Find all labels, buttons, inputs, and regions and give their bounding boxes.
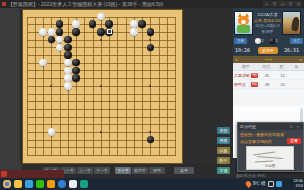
sketch-line [253, 151, 275, 155]
section-bar[interactable]: ◂ • • • ▸ [233, 56, 304, 63]
side-button-2[interactable]: 悔棋 [217, 137, 230, 144]
white-stone-ed [56, 36, 64, 44]
white-stone-fg [64, 59, 72, 67]
last-move-marker [107, 29, 112, 34]
lose-count: 12 [275, 73, 289, 78]
side-button-1[interactable]: 形势 [217, 127, 230, 134]
window-control-close[interactable]: × [295, 1, 302, 7]
white-stone-fi [64, 74, 72, 82]
lose-count: 20 [275, 82, 289, 87]
arrow-left-icon[interactable]: ◂ [235, 56, 237, 63]
white-stone-cg [39, 59, 47, 67]
chrome-icon[interactable] [3, 180, 11, 188]
goban[interactable] [22, 9, 183, 164]
folder-icon[interactable] [14, 180, 22, 188]
window-controls: ⌄≡—□× [262, 1, 302, 7]
left-player-time: 19:26 [235, 47, 250, 54]
window-control-pin[interactable]: ⌄ [263, 1, 270, 7]
popup-title: 提示信息 [240, 123, 256, 130]
black-stone-kb [105, 20, 113, 28]
white-stone-gb [72, 20, 80, 28]
right-player-time: 26:31 [284, 47, 299, 54]
sketch-line [257, 156, 283, 159]
white-stone-dc [48, 28, 56, 36]
table-header-cell: 胜 [274, 63, 289, 70]
black-stone-ob [138, 20, 146, 28]
black-stone-eb [56, 20, 64, 28]
grid-line [27, 109, 177, 110]
match-info: 2022AI大赛让先·黑贴6.5目20分+30秒×3第38手 [254, 12, 281, 34]
photo-subject-icon [291, 17, 300, 32]
grid-line [109, 17, 110, 157]
weather-temp: 9℃ [253, 181, 260, 186]
window-control-maximize[interactable]: □ [287, 1, 294, 7]
status-hint-text: 初始化占比 99% [236, 173, 302, 178]
status-badge: 对局中 [258, 47, 278, 54]
black-stone-gc [72, 28, 80, 36]
spectator-name: 大盘讲解 [234, 73, 251, 78]
doc-icon[interactable] [69, 180, 77, 188]
weiqi-app-icon[interactable] [80, 180, 88, 188]
clock-date: 3/16 [286, 184, 303, 189]
side-button-4[interactable]: 数子 [217, 157, 230, 164]
black-stone-ec [56, 28, 64, 36]
black-stone-ib [89, 20, 97, 28]
black-stone-gi [72, 74, 80, 82]
popup-image-caption: 示意图 [247, 164, 293, 168]
weather-widget[interactable]: 9℃ 晴 [246, 178, 265, 190]
black-stone-gh [72, 67, 80, 75]
spectator-name: 研究室 [234, 82, 251, 87]
grid-line [27, 101, 177, 102]
player-avatar-right[interactable] [282, 11, 301, 35]
side-button-5[interactable]: 申请 [217, 167, 230, 174]
grid-line [167, 17, 168, 157]
player-avatar-left[interactable] [234, 11, 253, 35]
table-header-cell: 段位 [259, 63, 274, 70]
white-stone-cc [39, 28, 47, 36]
nav-button-6[interactable]: 最后手 [132, 167, 148, 174]
taskbar-clock[interactable]: 23:06 3/16 [286, 179, 303, 189]
white-stone-ja [97, 13, 105, 21]
spectator-table: 棋手段位胜负 大盘讲解9段4512研究室8段3820 [233, 63, 304, 106]
fox-icon [238, 16, 249, 25]
black-stone-dd [48, 36, 56, 44]
black-capture-count: 1 [276, 38, 278, 44]
black-stone-icon [269, 38, 275, 44]
tray-notification-icon[interactable] [276, 181, 282, 187]
popup-accept-button[interactable]: 查看 [287, 138, 301, 144]
table-row[interactable]: 研究室8段3820 [233, 80, 304, 89]
black-stone-pc [147, 28, 155, 36]
white-capture-count: 2 [262, 38, 264, 44]
table-header: 棋手段位胜负 [233, 63, 304, 71]
fox-body-icon [237, 25, 250, 33]
black-stone-fe [64, 44, 72, 52]
win-count: 45 [258, 73, 275, 78]
edge-icon[interactable] [58, 180, 66, 188]
rank-badge: 9段 [251, 73, 258, 78]
grid-line [27, 94, 177, 95]
grid-line [27, 155, 177, 156]
grid-line [117, 17, 118, 157]
star-point [100, 39, 102, 41]
background-window-button[interactable] [1, 171, 7, 177]
match-info-line: 2022AI大赛 [254, 12, 281, 18]
popup-close-icon[interactable]: × [295, 124, 301, 129]
white-stone-nc [130, 28, 138, 36]
black-stone-pe [147, 44, 155, 52]
black-stone-jc [97, 28, 105, 36]
grid-line [27, 124, 177, 125]
black-stone-ff [64, 51, 72, 59]
weather-icon [245, 180, 253, 188]
grid-line [126, 17, 127, 157]
table-header-cell: 负 [289, 63, 304, 70]
background-window-titlebar[interactable] [0, 170, 64, 178]
grid-line [27, 147, 177, 148]
match-info-line: 第38手 [254, 29, 281, 35]
taskbar: 9℃ 晴 23:06 3/16 [0, 178, 304, 190]
window-control-minimize[interactable]: — [279, 1, 286, 7]
grid-line [175, 17, 176, 157]
section-bar-label: • • • [265, 57, 271, 62]
table-row[interactable]: 大盘讲解9段4512 [233, 71, 304, 80]
table-header-cell: 棋手 [233, 63, 259, 70]
white-stone-nb [130, 20, 138, 28]
white-stone-ee [56, 44, 64, 52]
grid-line [27, 117, 177, 118]
popup-settings-icon[interactable]: □ [288, 124, 294, 129]
nav-button-7[interactable]: 研究 [149, 167, 165, 174]
grid-line [159, 17, 160, 157]
fox-snout-icon [241, 20, 246, 24]
star-point [100, 85, 102, 87]
nav-button-3[interactable]: 上一手 [77, 167, 93, 174]
black-stone-gg [72, 59, 80, 67]
nav-button-5[interactable]: 下十手 [115, 167, 131, 174]
popup-window[interactable]: 提示信息 □× 您收到一条新的对局邀请 点击查看详细内容 查看 示意图 [237, 122, 304, 172]
black-stone-fd [64, 36, 72, 44]
screen: 【野狐围棋】- 2022世界人工智能围棋大赛 (19路) - 第38手 - 黑贴… [0, 0, 304, 190]
app-icon [2, 2, 6, 6]
grid-line [142, 17, 143, 157]
window-title: 【野狐围棋】- 2022世界人工智能围棋大赛 (19路) - 第38手 - 黑贴… [8, 0, 262, 8]
table-body: 大盘讲解9段4512研究室8段3820 [233, 71, 304, 89]
white-stone-fh [64, 67, 72, 75]
popup-preview-image: 示意图 [246, 146, 294, 170]
win-count: 38 [258, 82, 275, 87]
weather-cond: 晴 [261, 181, 266, 186]
white-stone-fj [64, 82, 72, 90]
sketch-line [255, 161, 273, 163]
menu-button[interactable]: 菜单 [174, 167, 194, 174]
fox-ear-icon [238, 13, 242, 17]
right-player-chip[interactable]: 关注 [290, 38, 303, 44]
window-control-menu[interactable]: ≡ [271, 1, 278, 7]
white-stone-icon [255, 38, 261, 44]
black-stone-pq [147, 136, 155, 144]
wechat-icon[interactable] [36, 180, 44, 188]
popup-titlebar[interactable]: 提示信息 □× [238, 123, 303, 130]
side-button-3[interactable]: 认输 [217, 147, 230, 154]
mail-icon[interactable] [25, 180, 33, 188]
star-point [149, 39, 151, 41]
popup-line1: 您收到一条新的对局邀请 [240, 132, 303, 137]
grid-line [134, 17, 135, 157]
popup-line2: 点击查看详细内容 [240, 139, 286, 144]
white-stone-dp [48, 128, 56, 136]
window-titlebar[interactable]: 【野狐围棋】- 2022世界人工智能围棋大赛 (19路) - 第38手 - 黑贴… [0, 0, 304, 8]
left-margin [0, 8, 22, 170]
qq-icon[interactable] [47, 180, 55, 188]
fox-ear-icon [245, 13, 249, 17]
arrow-right-icon[interactable]: ▸ [300, 56, 302, 63]
left-player-chip[interactable]: 主播 [234, 38, 247, 44]
tray-icon[interactable] [268, 181, 274, 187]
rank-badge: 8段 [251, 82, 258, 87]
star-point [100, 131, 102, 133]
goban-grid [23, 10, 182, 163]
match-info-line: 20分+30秒×3 [254, 23, 281, 29]
nav-button-4[interactable]: 下一手 [94, 167, 110, 174]
